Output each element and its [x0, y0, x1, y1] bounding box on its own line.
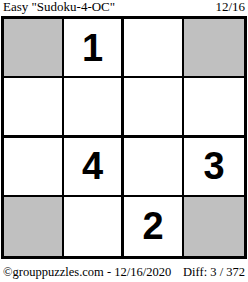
cell-r2c2[interactable]	[64, 78, 124, 137]
cell-r1c4[interactable]	[184, 19, 244, 78]
cell-r1c1[interactable]	[4, 19, 64, 78]
cell-r2c3[interactable]	[124, 78, 184, 137]
puzzle-title: Easy "Sudoku-4-OC"	[3, 0, 115, 14]
puzzle-date-short: 12/16	[215, 0, 245, 14]
cell-r2c4[interactable]	[184, 78, 244, 137]
header: Easy "Sudoku-4-OC" 12/16	[1, 0, 247, 16]
cell-r3c3[interactable]	[124, 138, 184, 197]
cell-r1c3[interactable]	[124, 19, 184, 78]
cell-r3c4-given: 3	[184, 138, 244, 197]
footer: ©grouppuzzles.com - 12/16/2020 Diff: 3 /…	[1, 265, 247, 279]
cell-r3c2-given: 4	[64, 138, 124, 197]
sudoku-board: 1432	[1, 16, 247, 259]
cell-r4c1[interactable]	[4, 197, 64, 256]
cell-r4c4[interactable]	[184, 197, 244, 256]
puzzle-page: Easy "Sudoku-4-OC" 12/16 1432 ©grouppuzz…	[0, 0, 248, 282]
cell-r4c3-given: 2	[124, 197, 184, 256]
cell-r4c2[interactable]	[64, 197, 124, 256]
cell-r1c2-given: 1	[64, 19, 124, 78]
copyright-text: ©grouppuzzles.com - 12/16/2020	[3, 265, 171, 279]
cell-r3c1[interactable]	[4, 138, 64, 197]
difficulty-text: Diff: 3 / 372	[183, 265, 245, 279]
cell-r2c1[interactable]	[4, 78, 64, 137]
